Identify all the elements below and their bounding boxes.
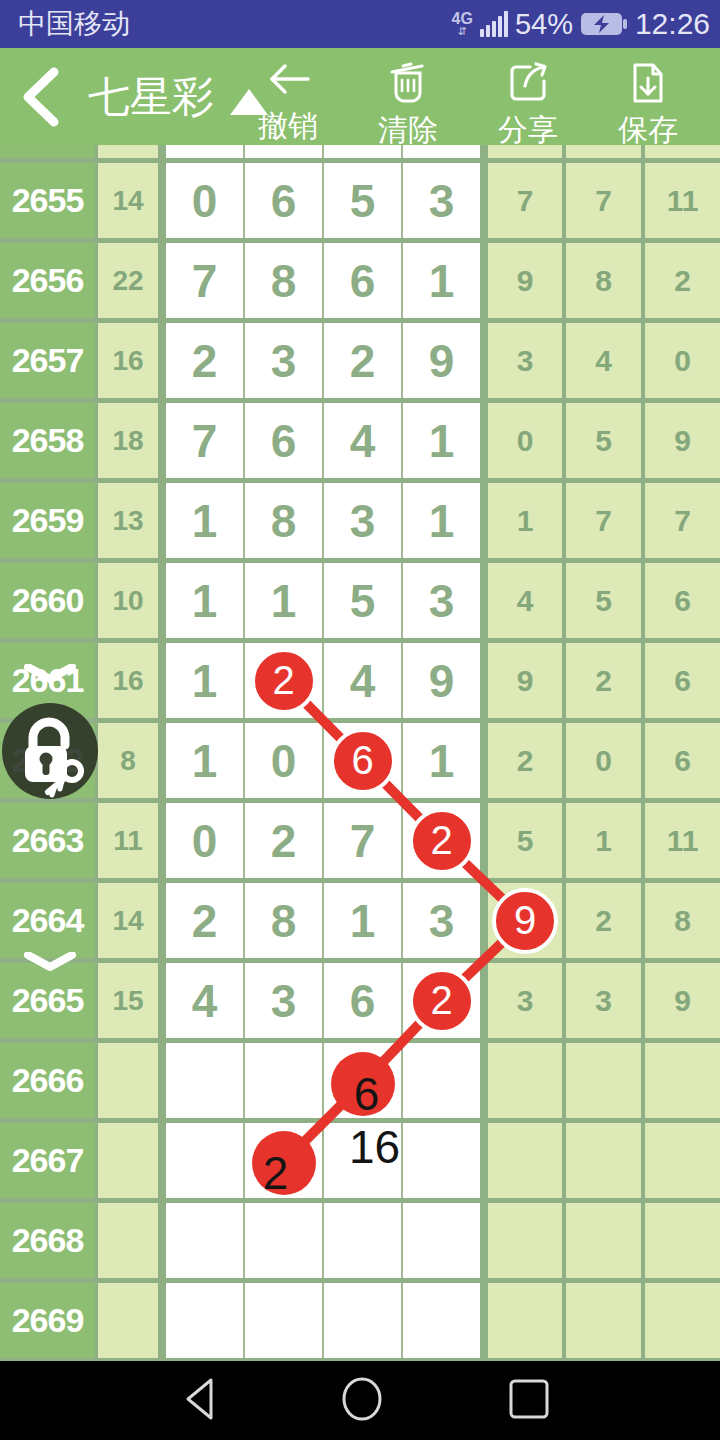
- cell-divider: [401, 803, 403, 878]
- cell-divider: [243, 1203, 245, 1278]
- padlock-key-icon: [2, 703, 98, 799]
- cell-divider: [243, 243, 245, 318]
- digit-cell[interactable]: 7: [166, 403, 243, 478]
- save-button[interactable]: 保存: [593, 54, 703, 151]
- digit-cell[interactable]: [166, 1203, 243, 1278]
- extra-cell[interactable]: 3: [566, 963, 641, 1038]
- share-button[interactable]: 分享: [473, 54, 583, 151]
- sum-cell: [98, 145, 158, 158]
- extra-cell[interactable]: 6: [645, 643, 720, 718]
- cell-divider: [243, 1283, 245, 1358]
- period-cell: 2658: [0, 403, 95, 478]
- extra-cell[interactable]: 2: [566, 643, 641, 718]
- cell-divider: [401, 403, 403, 478]
- trend-circle-2663[interactable]: 2: [409, 808, 475, 874]
- trend-circle-2666[interactable]: 6: [331, 1052, 395, 1116]
- period-cell: 2657: [0, 323, 95, 398]
- digit-cell[interactable]: 1: [403, 483, 480, 558]
- clock-time: 12:26: [635, 7, 710, 41]
- extra-cell[interactable]: 11: [645, 163, 720, 238]
- extra-cell[interactable]: 2: [488, 723, 562, 798]
- cell-divider: [243, 1123, 245, 1198]
- extra-cell[interactable]: [566, 1283, 641, 1358]
- cell-divider: [401, 1203, 403, 1278]
- period-cell: 2660: [0, 563, 95, 638]
- nav-bar: [0, 1361, 720, 1440]
- cell-divider: [401, 563, 403, 638]
- clear-button[interactable]: 清除: [353, 54, 463, 151]
- cell-divider: [243, 1043, 245, 1118]
- extra-cell[interactable]: 6: [645, 723, 720, 798]
- cell-divider: [243, 723, 245, 798]
- extra-cell[interactable]: 8: [645, 883, 720, 958]
- digit-cell[interactable]: [166, 1283, 243, 1358]
- extra-cell[interactable]: 9: [645, 963, 720, 1038]
- cell-divider: [401, 1123, 403, 1198]
- ink-annotation-16[interactable]: 16: [349, 1120, 400, 1174]
- digit-cell[interactable]: 9: [403, 643, 480, 718]
- extra-cell[interactable]: [645, 1203, 720, 1278]
- cell-divider: [401, 243, 403, 318]
- trend-circle-value: 2: [430, 818, 452, 863]
- extra-cell[interactable]: 0: [566, 723, 641, 798]
- status-bar: 中国移动 4G⇵ 54% 12:26: [0, 0, 720, 48]
- period-cell: 2669: [0, 1283, 95, 1358]
- extra-cell[interactable]: [488, 1283, 562, 1358]
- period-cell: 2656: [0, 243, 95, 318]
- cell-divider: [401, 643, 403, 718]
- extra-cell[interactable]: [645, 145, 720, 158]
- cell-divider: [243, 483, 245, 558]
- period-cell: 2655: [0, 163, 95, 238]
- cell-divider: [322, 1203, 324, 1278]
- extra-cell[interactable]: 9: [488, 643, 562, 718]
- digit-cell[interactable]: [403, 1043, 480, 1118]
- extra-cell[interactable]: 4: [488, 563, 562, 638]
- trend-circle-2661[interactable]: 2: [251, 648, 317, 714]
- digit-cell[interactable]: 6: [324, 243, 401, 318]
- extra-cell[interactable]: [645, 1123, 720, 1198]
- table-row: 2660101153456: [0, 563, 720, 638]
- trash-icon: [383, 58, 433, 108]
- extra-cell[interactable]: [488, 145, 562, 158]
- digit-cell[interactable]: 4: [324, 643, 401, 718]
- digit-cell[interactable]: 3: [245, 323, 322, 398]
- digit-cell[interactable]: 2: [324, 323, 401, 398]
- extra-cell[interactable]: [566, 1123, 641, 1198]
- table-row: 2664142813928: [0, 883, 720, 958]
- digit-cell[interactable]: 8: [245, 483, 322, 558]
- extra-cell[interactable]: 1: [488, 483, 562, 558]
- cell-divider: [401, 883, 403, 958]
- cell-divider: [401, 323, 403, 398]
- sum-cell: 14: [98, 883, 158, 958]
- back-button[interactable]: [18, 66, 62, 128]
- battery-charging-icon: [580, 11, 628, 37]
- cell-divider: [243, 803, 245, 878]
- digit-cell[interactable]: 1: [403, 723, 480, 798]
- trend-circle-value: 2: [263, 1146, 289, 1200]
- cell-divider: [243, 163, 245, 238]
- digit-cell[interactable]: 6: [245, 163, 322, 238]
- undo-arrow-icon: [263, 58, 313, 104]
- cell-divider: [322, 145, 324, 158]
- trend-table[interactable]: 2655140653771126562278619822657162329340…: [0, 145, 720, 1361]
- extra-cell[interactable]: 0: [488, 403, 562, 478]
- digit-cell[interactable]: 3: [324, 483, 401, 558]
- extra-cell[interactable]: [488, 1203, 562, 1278]
- digit-cell[interactable]: [403, 1283, 480, 1358]
- cell-divider: [322, 483, 324, 558]
- table-row: 2659131831177: [0, 483, 720, 558]
- table-row: 2668: [0, 1203, 720, 1278]
- extra-cell[interactable]: [488, 1123, 562, 1198]
- trend-circle-value: 2: [430, 978, 452, 1023]
- carrier-label: 中国移动: [18, 5, 130, 43]
- app-screen: 中国移动 4G⇵ 54% 12:26 七星彩: [0, 0, 720, 1440]
- battery-percent: 54%: [515, 8, 573, 41]
- table-row: 2665154362339: [0, 963, 720, 1038]
- digit-cell[interactable]: [403, 1203, 480, 1278]
- extra-cell[interactable]: 7: [566, 163, 641, 238]
- extra-cell[interactable]: [566, 1043, 641, 1118]
- sum-cell: 14: [98, 163, 158, 238]
- sum-cell: [98, 1123, 158, 1198]
- period-cell: 2659: [0, 483, 95, 558]
- period-cell: 2667: [0, 1123, 95, 1198]
- extra-cell[interactable]: 8: [566, 243, 641, 318]
- digit-cell[interactable]: [324, 145, 401, 158]
- trend-circle-2664[interactable]: 9: [492, 888, 558, 954]
- cell-divider: [401, 1283, 403, 1358]
- table-row: 2669: [0, 1283, 720, 1358]
- extra-cell[interactable]: 7: [645, 483, 720, 558]
- trend-circle-2662[interactable]: 6: [330, 728, 396, 794]
- digit-cell[interactable]: 0: [166, 163, 243, 238]
- extra-cell[interactable]: 1: [566, 803, 641, 878]
- toolbar: 七星彩 撤销 清除: [0, 48, 720, 145]
- extra-cell[interactable]: 0: [645, 323, 720, 398]
- extra-cell[interactable]: 7: [488, 163, 562, 238]
- undo-button[interactable]: 撤销: [233, 54, 343, 147]
- digit-cell[interactable]: [245, 1203, 322, 1278]
- nav-home-button[interactable]: [338, 1375, 386, 1423]
- table-row: 2656227861982: [0, 243, 720, 318]
- table-row: 26631102725111: [0, 803, 720, 878]
- digit-cell[interactable]: [245, 1043, 322, 1118]
- extra-cell[interactable]: 6: [645, 563, 720, 638]
- digit-cell[interactable]: 0: [245, 723, 322, 798]
- digit-cell[interactable]: [166, 145, 243, 158]
- digit-cell[interactable]: 8: [245, 243, 322, 318]
- digit-cell[interactable]: 5: [324, 563, 401, 638]
- cell-divider: [401, 1043, 403, 1118]
- trend-circle-value: 6: [351, 738, 373, 783]
- cell-divider: [401, 963, 403, 1038]
- cell-divider: [322, 243, 324, 318]
- digit-cell[interactable]: [166, 1043, 243, 1118]
- digit-cell[interactable]: 2: [166, 883, 243, 958]
- sum-cell: [98, 1203, 158, 1278]
- digit-cell[interactable]: 4: [324, 403, 401, 478]
- extra-cell[interactable]: 9: [488, 243, 562, 318]
- extra-cell[interactable]: [488, 1043, 562, 1118]
- sum-cell: [98, 1283, 158, 1358]
- sum-cell: 18: [98, 403, 158, 478]
- digit-cell[interactable]: 7: [324, 803, 401, 878]
- nav-back-button[interactable]: [179, 1375, 227, 1423]
- digit-cell[interactable]: 1: [166, 643, 243, 718]
- digit-cell[interactable]: 1: [166, 483, 243, 558]
- trend-circle-2665[interactable]: 2: [409, 968, 475, 1034]
- signal-bars-icon: [480, 11, 508, 37]
- digit-cell[interactable]: 3: [403, 163, 480, 238]
- lock-fab-button[interactable]: [2, 703, 98, 799]
- digit-cell[interactable]: 1: [403, 403, 480, 478]
- cell-divider: [401, 483, 403, 558]
- cell-divider: [401, 163, 403, 238]
- cell-divider: [322, 643, 324, 718]
- period-cell: 2665: [0, 963, 95, 1038]
- sum-cell: 15: [98, 963, 158, 1038]
- cell-divider: [243, 643, 245, 718]
- sum-cell: 11: [98, 803, 158, 878]
- extra-cell[interactable]: 5: [566, 563, 641, 638]
- sum-cell: 8: [98, 723, 158, 798]
- table-row: 2657162329340: [0, 323, 720, 398]
- cell-divider: [322, 1043, 324, 1118]
- cell-divider: [322, 963, 324, 1038]
- page-title: 七星彩: [88, 69, 214, 125]
- cell-divider: [243, 145, 245, 158]
- period-cell: 2666: [0, 1043, 95, 1118]
- digit-cell[interactable]: [403, 145, 480, 158]
- digit-cell[interactable]: 1: [324, 883, 401, 958]
- sum-cell: 22: [98, 243, 158, 318]
- digit-cell[interactable]: 6: [324, 963, 401, 1038]
- cell-divider: [243, 563, 245, 638]
- digit-cell[interactable]: 8: [245, 883, 322, 958]
- digit-cell[interactable]: 1: [166, 723, 243, 798]
- extra-cell[interactable]: 5: [566, 403, 641, 478]
- digit-cell[interactable]: 0: [166, 803, 243, 878]
- digit-cell[interactable]: [403, 1123, 480, 1198]
- extra-cell[interactable]: [645, 1043, 720, 1118]
- digit-cell[interactable]: [166, 1123, 243, 1198]
- sum-cell: [98, 1043, 158, 1118]
- extra-cell[interactable]: 2: [645, 243, 720, 318]
- digit-cell[interactable]: 3: [403, 883, 480, 958]
- sum-cell: 16: [98, 323, 158, 398]
- period-cell: 2664: [0, 883, 95, 958]
- sum-cell: 16: [98, 643, 158, 718]
- cell-divider: [322, 563, 324, 638]
- cell-divider: [243, 963, 245, 1038]
- digit-cell[interactable]: 3: [245, 963, 322, 1038]
- digit-cell[interactable]: 7: [166, 243, 243, 318]
- extra-cell[interactable]: 11: [645, 803, 720, 878]
- extra-cell[interactable]: [645, 1283, 720, 1358]
- cell-divider: [322, 403, 324, 478]
- period-cell: 2668: [0, 1203, 95, 1278]
- digit-cell[interactable]: 9: [403, 323, 480, 398]
- cell-divider: [322, 1123, 324, 1198]
- digit-cell[interactable]: 3: [403, 563, 480, 638]
- digit-cell[interactable]: 1: [166, 563, 243, 638]
- digit-cell[interactable]: 1: [403, 243, 480, 318]
- cell-divider: [322, 323, 324, 398]
- cell-divider: [243, 403, 245, 478]
- table-row: 2658187641059: [0, 403, 720, 478]
- cell-divider: [243, 323, 245, 398]
- trend-circle-value: 6: [354, 1067, 380, 1121]
- trend-circle-value: 2: [272, 658, 294, 703]
- cell-divider: [322, 163, 324, 238]
- sum-cell: 10: [98, 563, 158, 638]
- cell-divider: [322, 803, 324, 878]
- digit-cell[interactable]: 2: [166, 323, 243, 398]
- extra-cell[interactable]: 5: [488, 803, 562, 878]
- cell-divider: [401, 145, 403, 158]
- extra-cell[interactable]: [566, 1203, 641, 1278]
- nav-recents-button[interactable]: [505, 1375, 553, 1423]
- trend-circle-2667[interactable]: 2: [252, 1131, 316, 1195]
- digit-cell[interactable]: 4: [166, 963, 243, 1038]
- extra-cell[interactable]: 9: [645, 403, 720, 478]
- digit-cell[interactable]: 6: [245, 403, 322, 478]
- digit-cell[interactable]: [245, 1283, 322, 1358]
- table-row-partial: [0, 145, 720, 158]
- share-icon: [503, 58, 553, 108]
- digit-cell[interactable]: [324, 1283, 401, 1358]
- digit-cell[interactable]: 2: [245, 803, 322, 878]
- row-chevron-marker-2663: [23, 952, 77, 972]
- extra-cell[interactable]: 3: [488, 963, 562, 1038]
- extra-cell[interactable]: [566, 145, 641, 158]
- extra-cell[interactable]: 2: [566, 883, 641, 958]
- digit-cell[interactable]: 1: [245, 563, 322, 638]
- sum-cell: 13: [98, 483, 158, 558]
- period-cell: [0, 145, 95, 158]
- extra-cell[interactable]: 7: [566, 483, 641, 558]
- cell-divider: [322, 883, 324, 958]
- network-4g-icon: 4G⇵: [452, 11, 473, 37]
- extra-cell[interactable]: 3: [488, 323, 562, 398]
- cell-divider: [401, 723, 403, 798]
- period-cell: 2663: [0, 803, 95, 878]
- status-icons: 4G⇵ 54% 12:26: [452, 0, 710, 48]
- extra-cell[interactable]: 4: [566, 323, 641, 398]
- cell-divider: [243, 883, 245, 958]
- digit-cell[interactable]: [324, 1203, 401, 1278]
- trend-circle-value: 9: [514, 898, 536, 943]
- table-row: 26551406537711: [0, 163, 720, 238]
- digit-cell[interactable]: [245, 145, 322, 158]
- table-row: 2661161249926: [0, 643, 720, 718]
- row-chevron-marker-2661: [23, 664, 77, 684]
- digit-cell[interactable]: 5: [324, 163, 401, 238]
- cell-divider: [322, 1283, 324, 1358]
- cell-divider: [322, 723, 324, 798]
- save-file-icon: [623, 58, 673, 108]
